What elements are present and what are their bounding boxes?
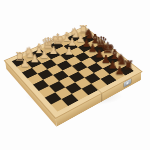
front-hinge-seam (101, 93, 102, 102)
clasp-knob (126, 81, 128, 85)
board-squares (12, 30, 134, 111)
clasp-latch (124, 78, 131, 87)
product-photo: ♜♞♝♛♚♝♞♜♟♟♟♟♟♟♞♟♟♝♟♛♟♚♟♝♟♞♟♜ (0, 0, 150, 150)
scene: ♜♞♝♛♚♝♞♜♟♟♟♟♟♟♞♟♟♝♟♛♟♚♟♝♟♞♟♜ (0, 0, 150, 150)
chess-board: ♜♞♝♛♚♝♞♜♟♟♟♟♟♟♞♟♟♝♟♛♟♚♟♝♟♞♟♜ (4, 26, 143, 119)
